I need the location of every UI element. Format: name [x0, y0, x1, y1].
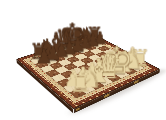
- border-trim-line: [24, 37, 152, 103]
- inner-border-band: [25, 37, 151, 102]
- chess-board: ♜♞♝♛♚♝♞♜♟♟♟♟♟♟♟♟♟♟♟♟♟♟♟♟♜♞♝♛♚♝♞♜: [16, 34, 160, 109]
- ornate-border-band: [17, 35, 158, 108]
- board-frame: [16, 34, 160, 109]
